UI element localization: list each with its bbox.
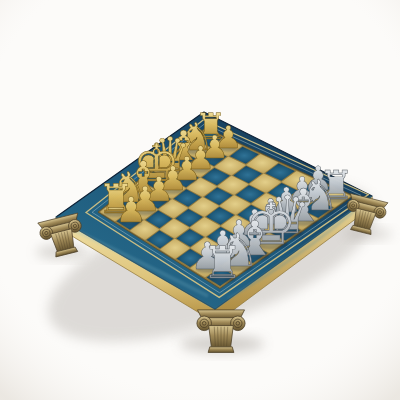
piece-silver-rook-h8: ♜: [202, 237, 242, 289]
piece-gold-pawn-h2: ♟: [116, 190, 147, 230]
product-photo: ♜♟♞♟♝♟♛♟♚♟♟♝♜♟♟♞♞♟♟♜♝♟♟♛♟♚♟♝♟♞♟♜: [0, 0, 400, 400]
chess-set-photo: ♜♟♞♟♝♟♛♟♚♟♟♝♜♟♟♞♞♟♟♜♝♟♟♛♟♚♟♝♟♞♟♜: [0, 0, 400, 400]
